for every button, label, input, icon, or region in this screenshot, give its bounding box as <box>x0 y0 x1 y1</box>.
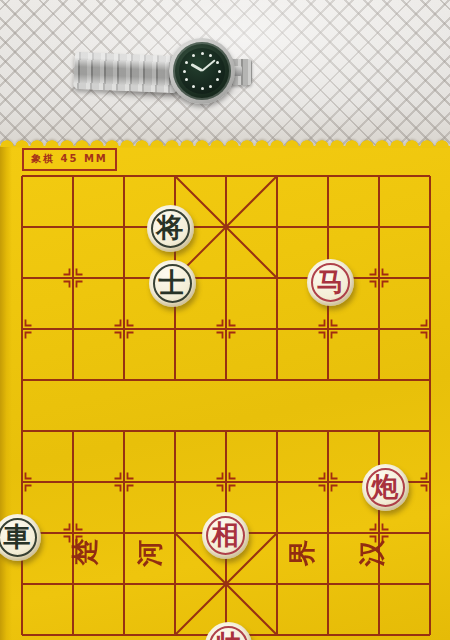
piece-red-cannon[interactable]: 炮 <box>362 464 409 511</box>
watch-hour-marker <box>183 70 186 73</box>
watch-hour-marker <box>192 54 195 57</box>
piece-glyph: 相 <box>212 521 239 548</box>
cloth-scalloped-edge <box>0 139 450 147</box>
piece-red-general[interactable]: 帅 <box>205 622 252 640</box>
piece-black-advisor[interactable]: 士 <box>149 260 196 307</box>
photo-scene: 象棋 45 MM 楚 河 界 汉 将士马炮車相帅 <box>0 0 450 640</box>
watch-hour-marker <box>201 87 204 90</box>
piece-red-horse[interactable]: 马 <box>307 259 354 306</box>
watch-hour-marker <box>216 78 219 81</box>
piece-glyph: 士 <box>159 269 186 296</box>
watch-hour-marker <box>192 85 195 88</box>
piece-glyph: 炮 <box>372 473 399 500</box>
watch-hour-marker <box>216 61 219 64</box>
watch-hour-marker <box>185 61 188 64</box>
piece-glyph: 車 <box>4 523 31 550</box>
watch-hour-marker <box>218 70 221 73</box>
piece-glyph: 帅 <box>215 631 242 640</box>
piece-glyph: 马 <box>317 268 344 295</box>
watch-hour-marker <box>185 78 188 81</box>
watch-hour-marker <box>209 85 212 88</box>
piece-glyph: 将 <box>157 214 184 241</box>
watch-bracelet <box>73 52 179 94</box>
piece-black-general[interactable]: 将 <box>147 205 194 252</box>
xiangqi-board-grid: 将士马炮車相帅 <box>0 151 450 640</box>
piece-red-elephant[interactable]: 相 <box>202 512 249 559</box>
piece-black-chariot[interactable]: 車 <box>0 514 41 561</box>
watch-hour-marker <box>209 54 212 57</box>
watch-hour-marker <box>201 52 204 55</box>
